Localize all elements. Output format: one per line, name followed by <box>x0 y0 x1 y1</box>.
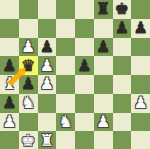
square-c7[interactable] <box>38 19 57 38</box>
square-f5[interactable] <box>94 56 113 75</box>
square-g1[interactable] <box>113 131 132 149</box>
square-g5[interactable] <box>113 56 132 75</box>
square-f4[interactable] <box>94 75 113 94</box>
black-pawn-h7: ♟ <box>133 20 147 36</box>
white-pawn-h3: ♟ <box>133 95 147 111</box>
black-pawn-c6: ♟ <box>40 39 54 55</box>
chess-board: ♜♚♟♟♟♟♟♟♛♟♟♝♟♟♟♞♟♟♞♟♚♜ <box>0 0 150 149</box>
square-h8[interactable] <box>131 0 150 19</box>
square-b8[interactable] <box>19 0 38 19</box>
square-g2[interactable] <box>113 113 132 132</box>
black-pawn-g7: ♟ <box>115 20 129 36</box>
square-c3[interactable] <box>38 94 57 113</box>
square-d2[interactable]: ♞ <box>56 113 75 132</box>
white-knight-d2: ♞ <box>58 114 72 130</box>
square-b2[interactable] <box>19 113 38 132</box>
black-pawn-a3: ♟ <box>2 95 16 111</box>
square-e3[interactable] <box>75 94 94 113</box>
square-d4[interactable] <box>56 75 75 94</box>
square-c8[interactable] <box>38 0 57 19</box>
black-rook-f8: ♜ <box>96 1 110 17</box>
square-e8[interactable] <box>75 0 94 19</box>
square-d1[interactable] <box>56 131 75 149</box>
square-a1[interactable] <box>0 131 19 149</box>
square-b1[interactable]: ♚ <box>19 131 38 149</box>
white-pawn-c4: ♟ <box>40 76 54 92</box>
square-d5[interactable] <box>56 56 75 75</box>
square-h6[interactable] <box>131 38 150 57</box>
square-c2[interactable] <box>38 113 57 132</box>
black-king-g8: ♚ <box>115 1 129 17</box>
square-d8[interactable] <box>56 0 75 19</box>
white-pawn-a2: ♟ <box>2 114 16 130</box>
square-a6[interactable] <box>0 38 19 57</box>
black-pawn-f6: ♟ <box>96 39 110 55</box>
square-d3[interactable] <box>56 94 75 113</box>
square-e5[interactable]: ♟ <box>75 56 94 75</box>
square-e1[interactable] <box>75 131 94 149</box>
square-e7[interactable] <box>75 19 94 38</box>
square-f6[interactable]: ♟ <box>94 38 113 57</box>
square-g3[interactable] <box>113 94 132 113</box>
square-a3[interactable]: ♟ <box>0 94 19 113</box>
square-f1[interactable] <box>94 131 113 149</box>
square-b6[interactable]: ♟ <box>19 38 38 57</box>
square-b5[interactable]: ♛ <box>19 56 38 75</box>
square-a8[interactable] <box>0 0 19 19</box>
square-c1[interactable]: ♜ <box>38 131 57 149</box>
white-bishop-a4: ♝ <box>2 76 16 92</box>
square-g8[interactable]: ♚ <box>113 0 132 19</box>
square-g4[interactable] <box>113 75 132 94</box>
square-b3[interactable]: ♞ <box>19 94 38 113</box>
square-e2[interactable] <box>75 113 94 132</box>
black-queen-b5: ♛ <box>21 58 35 74</box>
square-c4[interactable]: ♟ <box>38 75 57 94</box>
black-pawn-e5: ♟ <box>77 58 91 74</box>
square-h4[interactable] <box>131 75 150 94</box>
square-a5[interactable]: ♟ <box>0 56 19 75</box>
black-pawn-a5: ♟ <box>2 58 16 74</box>
square-g7[interactable]: ♟ <box>113 19 132 38</box>
square-h7[interactable]: ♟ <box>131 19 150 38</box>
square-h5[interactable] <box>131 56 150 75</box>
black-pawn-b4: ♟ <box>21 76 35 92</box>
square-e4[interactable] <box>75 75 94 94</box>
white-pawn-b6: ♟ <box>21 39 35 55</box>
square-b7[interactable] <box>19 19 38 38</box>
square-f8[interactable]: ♜ <box>94 0 113 19</box>
board-grid: ♜♚♟♟♟♟♟♟♛♟♟♝♟♟♟♞♟♟♞♟♚♜ <box>0 0 150 149</box>
square-c6[interactable]: ♟ <box>38 38 57 57</box>
square-b4[interactable]: ♟ <box>19 75 38 94</box>
white-king-b1: ♚ <box>21 133 35 149</box>
square-g6[interactable] <box>113 38 132 57</box>
square-h3[interactable]: ♟ <box>131 94 150 113</box>
square-d7[interactable] <box>56 19 75 38</box>
square-e6[interactable] <box>75 38 94 57</box>
square-c5[interactable]: ♟ <box>38 56 57 75</box>
white-pawn-f2: ♟ <box>96 114 110 130</box>
white-knight-b3: ♞ <box>21 95 35 111</box>
square-d6[interactable] <box>56 38 75 57</box>
square-h2[interactable] <box>131 113 150 132</box>
square-a2[interactable]: ♟ <box>0 113 19 132</box>
white-pawn-c5: ♟ <box>40 58 54 74</box>
square-a7[interactable] <box>0 19 19 38</box>
square-f3[interactable] <box>94 94 113 113</box>
square-f2[interactable]: ♟ <box>94 113 113 132</box>
square-f7[interactable] <box>94 19 113 38</box>
white-rook-c1: ♜ <box>40 133 54 149</box>
square-a4[interactable]: ♝ <box>0 75 19 94</box>
square-h1[interactable] <box>131 131 150 149</box>
